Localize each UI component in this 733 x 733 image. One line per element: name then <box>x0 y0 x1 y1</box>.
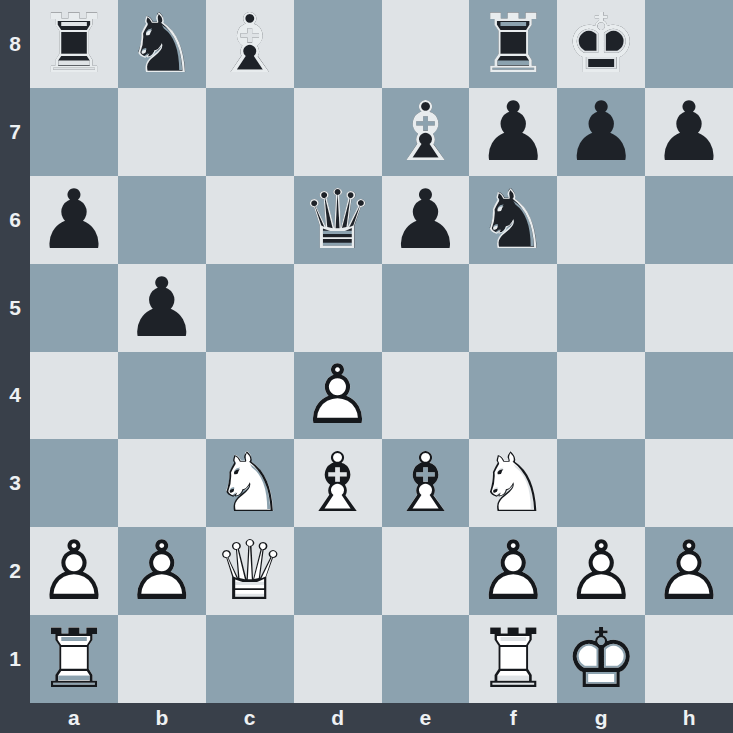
rank-label-5: 5 <box>0 264 30 352</box>
rank-label-1: 1 <box>0 615 30 703</box>
chess-diagram: 87654321 ♜♖♞♘♝♗♜♖♚♔♝♗♟♟♟♟♛♕♟♞♘♟♟♙♞♘♝♗♝♗♞… <box>0 0 733 733</box>
piece-black-rook[interactable]: ♜♖ <box>30 0 118 88</box>
square-h4[interactable] <box>645 352 733 440</box>
square-g3[interactable] <box>557 439 645 527</box>
square-h3[interactable] <box>645 439 733 527</box>
piece-white-pawn[interactable]: ♟♙ <box>557 527 645 615</box>
square-d6[interactable]: ♛♕ <box>294 176 382 264</box>
file-label-a: a <box>30 703 118 733</box>
square-g8[interactable]: ♚♔ <box>557 0 645 88</box>
square-h6[interactable] <box>645 176 733 264</box>
square-b4[interactable] <box>118 352 206 440</box>
chess-board: ♜♖♞♘♝♗♜♖♚♔♝♗♟♟♟♟♛♕♟♞♘♟♟♙♞♘♝♗♝♗♞♘♟♙♟♙♛♕♟♙… <box>30 0 733 703</box>
square-g2[interactable]: ♟♙ <box>557 527 645 615</box>
piece-white-rook[interactable]: ♜♖ <box>469 615 557 703</box>
square-d8[interactable] <box>294 0 382 88</box>
square-b5[interactable]: ♟ <box>118 264 206 352</box>
square-f5[interactable] <box>469 264 557 352</box>
square-d4[interactable]: ♟♙ <box>294 352 382 440</box>
square-a5[interactable] <box>30 264 118 352</box>
file-labels: abcdefgh <box>30 703 733 733</box>
square-g1[interactable]: ♚♔ <box>557 615 645 703</box>
file-label-b: b <box>118 703 206 733</box>
rank-labels: 87654321 <box>0 0 30 703</box>
square-g7[interactable]: ♟ <box>557 88 645 176</box>
square-b3[interactable] <box>118 439 206 527</box>
rank-label-8: 8 <box>0 0 30 88</box>
rank-label-3: 3 <box>0 439 30 527</box>
square-a1[interactable]: ♜♖ <box>30 615 118 703</box>
rank-label-6: 6 <box>0 176 30 264</box>
square-f2[interactable]: ♟♙ <box>469 527 557 615</box>
piece-white-queen[interactable]: ♛♕ <box>206 527 294 615</box>
square-c4[interactable] <box>206 352 294 440</box>
square-e7[interactable]: ♝♗ <box>382 88 470 176</box>
piece-black-knight[interactable]: ♞♘ <box>469 176 557 264</box>
square-c7[interactable] <box>206 88 294 176</box>
file-label-c: c <box>206 703 294 733</box>
piece-black-pawn[interactable]: ♟ <box>645 88 733 176</box>
piece-white-king[interactable]: ♚♔ <box>557 615 645 703</box>
square-a6[interactable]: ♟ <box>30 176 118 264</box>
square-h5[interactable] <box>645 264 733 352</box>
square-a2[interactable]: ♟♙ <box>30 527 118 615</box>
square-h1[interactable] <box>645 615 733 703</box>
square-b1[interactable] <box>118 615 206 703</box>
piece-white-pawn[interactable]: ♟♙ <box>30 527 118 615</box>
square-f6[interactable]: ♞♘ <box>469 176 557 264</box>
square-c5[interactable] <box>206 264 294 352</box>
piece-white-pawn[interactable]: ♟♙ <box>645 527 733 615</box>
piece-black-queen[interactable]: ♛♕ <box>294 176 382 264</box>
square-c3[interactable]: ♞♘ <box>206 439 294 527</box>
square-d3[interactable]: ♝♗ <box>294 439 382 527</box>
square-a4[interactable] <box>30 352 118 440</box>
file-label-h: h <box>645 703 733 733</box>
square-g5[interactable] <box>557 264 645 352</box>
file-label-e: e <box>382 703 470 733</box>
square-a3[interactable] <box>30 439 118 527</box>
square-a7[interactable] <box>30 88 118 176</box>
rank-label-4: 4 <box>0 352 30 440</box>
square-d2[interactable] <box>294 527 382 615</box>
square-d5[interactable] <box>294 264 382 352</box>
piece-black-bishop[interactable]: ♝♗ <box>382 88 470 176</box>
square-f8[interactable]: ♜♖ <box>469 0 557 88</box>
square-f1[interactable]: ♜♖ <box>469 615 557 703</box>
square-f7[interactable]: ♟ <box>469 88 557 176</box>
piece-black-pawn[interactable]: ♟ <box>469 88 557 176</box>
square-h7[interactable]: ♟ <box>645 88 733 176</box>
square-h8[interactable] <box>645 0 733 88</box>
file-label-f: f <box>469 703 557 733</box>
square-b7[interactable] <box>118 88 206 176</box>
piece-white-rook[interactable]: ♜♖ <box>30 615 118 703</box>
piece-white-knight[interactable]: ♞♘ <box>206 439 294 527</box>
piece-black-bishop[interactable]: ♝♗ <box>206 0 294 88</box>
square-c8[interactable]: ♝♗ <box>206 0 294 88</box>
square-e5[interactable] <box>382 264 470 352</box>
square-f3[interactable]: ♞♘ <box>469 439 557 527</box>
piece-white-bishop[interactable]: ♝♗ <box>294 439 382 527</box>
piece-white-pawn[interactable]: ♟♙ <box>118 527 206 615</box>
piece-white-bishop[interactable]: ♝♗ <box>382 439 470 527</box>
square-e4[interactable] <box>382 352 470 440</box>
square-c1[interactable] <box>206 615 294 703</box>
square-c2[interactable]: ♛♕ <box>206 527 294 615</box>
square-b2[interactable]: ♟♙ <box>118 527 206 615</box>
square-e1[interactable] <box>382 615 470 703</box>
square-e8[interactable] <box>382 0 470 88</box>
square-d1[interactable] <box>294 615 382 703</box>
piece-black-pawn[interactable]: ♟ <box>557 88 645 176</box>
square-e3[interactable]: ♝♗ <box>382 439 470 527</box>
piece-white-pawn[interactable]: ♟♙ <box>469 527 557 615</box>
square-e2[interactable] <box>382 527 470 615</box>
piece-black-king[interactable]: ♚♔ <box>557 0 645 88</box>
rank-label-2: 2 <box>0 527 30 615</box>
square-d7[interactable] <box>294 88 382 176</box>
square-g6[interactable] <box>557 176 645 264</box>
square-g4[interactable] <box>557 352 645 440</box>
square-h2[interactable]: ♟♙ <box>645 527 733 615</box>
piece-black-rook[interactable]: ♜♖ <box>469 0 557 88</box>
piece-black-pawn[interactable]: ♟ <box>382 176 470 264</box>
file-label-g: g <box>557 703 645 733</box>
square-b6[interactable] <box>118 176 206 264</box>
piece-black-pawn[interactable]: ♟ <box>30 176 118 264</box>
piece-black-pawn[interactable]: ♟ <box>118 264 206 352</box>
square-b8[interactable]: ♞♘ <box>118 0 206 88</box>
rank-label-7: 7 <box>0 88 30 176</box>
file-label-d: d <box>294 703 382 733</box>
piece-black-knight[interactable]: ♞♘ <box>118 0 206 88</box>
square-e6[interactable]: ♟ <box>382 176 470 264</box>
piece-white-knight[interactable]: ♞♘ <box>469 439 557 527</box>
square-f4[interactable] <box>469 352 557 440</box>
piece-white-pawn[interactable]: ♟♙ <box>294 352 382 440</box>
square-a8[interactable]: ♜♖ <box>30 0 118 88</box>
square-c6[interactable] <box>206 176 294 264</box>
